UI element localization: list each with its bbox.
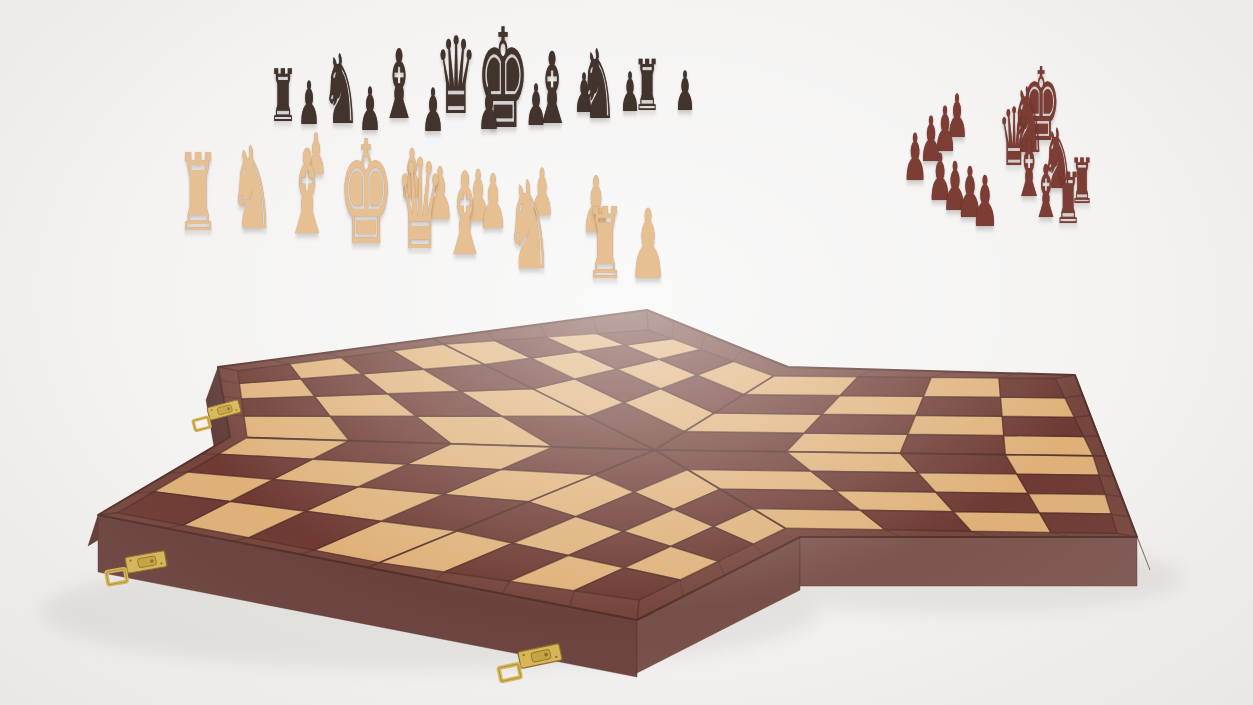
frame-molding-tick xyxy=(1084,436,1099,437)
board-cell-right-l-f0-r1 xyxy=(786,433,908,453)
board-side-face-right-front xyxy=(800,537,1137,586)
three-player-chessboard xyxy=(0,0,1253,705)
board-cell-right-l-f2-r2 xyxy=(916,396,1002,416)
board-cell-right-l-f0-r3 xyxy=(1004,436,1093,456)
board-cell-right-r-f1-r3 xyxy=(1017,474,1105,495)
board-cell-right-r-f2-r2 xyxy=(936,492,1040,513)
board-cell-right-r-f3-r3 xyxy=(1040,513,1118,533)
board-cell-right-l-f1-r3 xyxy=(1002,416,1083,436)
frame-molding-tick xyxy=(169,472,187,473)
board-cell-right-l-f0-r2 xyxy=(900,434,1005,454)
board-cell-right-l-f1-r2 xyxy=(908,415,1004,435)
product-render-stage: ♜♟♟♟♛♝♞♜♞♟♝♟♚♟♟♟♟♚♟♞♟♛♟♟♞♝♟♟♜♟♟♟♝♟♟♜♟♞♟♜… xyxy=(0,0,1253,705)
board-cell-right-l-f3-r3 xyxy=(999,378,1065,398)
board-cell-right-r-f0-r3 xyxy=(1005,455,1099,476)
board-cell-right-l-f2-r3 xyxy=(1001,397,1075,417)
board-cell-right-l-f2-r1 xyxy=(822,396,923,416)
board-cell-right-r-f2-r3 xyxy=(1028,494,1111,515)
board-cell-right-l-f3-r2 xyxy=(924,377,1001,397)
board-cell-right-r-f1-r2 xyxy=(918,473,1028,494)
board-cell-top-l-f3-r0 xyxy=(244,416,349,441)
board-cell-top-l-f3-r1 xyxy=(242,396,330,416)
board-cell-right-l-f1-r1 xyxy=(804,414,916,434)
board-cell-right-r-f0-r2 xyxy=(900,453,1017,474)
